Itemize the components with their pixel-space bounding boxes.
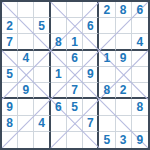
cell-r1c3[interactable] <box>34 2 50 18</box>
cell-r8c3[interactable]: 4 <box>34 116 50 132</box>
given-digit: 6 <box>55 101 62 113</box>
cell-r2c4[interactable] <box>51 18 67 34</box>
given-digit: 8 <box>6 117 13 129</box>
cell-r8c1[interactable]: 8 <box>2 116 18 132</box>
sudoku-grid: 2862567814461951997829658847539 <box>0 0 150 150</box>
given-digit: 2 <box>104 4 111 16</box>
given-digit: 6 <box>71 52 78 64</box>
cell-r8c6[interactable]: 7 <box>83 116 99 132</box>
cell-r4c4[interactable] <box>51 51 67 67</box>
cell-r1c2[interactable] <box>18 2 34 18</box>
cell-r4c7[interactable]: 1 <box>99 51 115 67</box>
given-digit: 1 <box>71 36 78 48</box>
cell-r3c2[interactable] <box>18 34 34 50</box>
cell-r1c1[interactable] <box>2 2 18 18</box>
given-digit: 8 <box>104 84 111 96</box>
given-digit: 2 <box>120 84 127 96</box>
given-digit: 6 <box>137 4 144 16</box>
cell-r6c8[interactable]: 2 <box>116 83 132 99</box>
cell-r4c2[interactable]: 4 <box>18 51 34 67</box>
cell-r6c3[interactable] <box>34 83 50 99</box>
cell-r1c7[interactable]: 2 <box>99 2 115 18</box>
cell-r5c1[interactable]: 5 <box>2 67 18 83</box>
cell-r6c9[interactable] <box>132 83 148 99</box>
cell-r3c5[interactable]: 1 <box>67 34 83 50</box>
given-digit: 7 <box>87 117 94 129</box>
cell-r8c2[interactable] <box>18 116 34 132</box>
cell-r6c4[interactable] <box>51 83 67 99</box>
cell-r3c1[interactable]: 7 <box>2 34 18 50</box>
cell-r2c1[interactable]: 2 <box>2 18 18 34</box>
cell-r3c4[interactable]: 8 <box>51 34 67 50</box>
cell-r2c6[interactable]: 6 <box>83 18 99 34</box>
given-digit: 9 <box>120 52 127 64</box>
cell-r9c2[interactable] <box>18 132 34 148</box>
cell-r8c5[interactable] <box>67 116 83 132</box>
given-digit: 9 <box>6 101 13 113</box>
cell-r7c6[interactable] <box>83 99 99 115</box>
cell-r8c9[interactable] <box>132 116 148 132</box>
cell-r9c3[interactable] <box>34 132 50 148</box>
cell-r6c2[interactable]: 9 <box>18 83 34 99</box>
cell-r2c9[interactable] <box>132 18 148 34</box>
given-digit: 9 <box>137 134 144 146</box>
given-digit: 6 <box>87 20 94 32</box>
cell-r9c5[interactable] <box>67 132 83 148</box>
cell-r1c4[interactable] <box>51 2 67 18</box>
cell-r6c1[interactable] <box>2 83 18 99</box>
cell-r7c9[interactable]: 8 <box>132 99 148 115</box>
given-digit: 7 <box>71 84 78 96</box>
cell-r9c6[interactable] <box>83 132 99 148</box>
cell-r1c5[interactable] <box>67 2 83 18</box>
given-digit: 9 <box>22 84 29 96</box>
cell-r9c4[interactable] <box>51 132 67 148</box>
cell-r9c7[interactable]: 5 <box>99 132 115 148</box>
cell-r7c4[interactable]: 6 <box>51 99 67 115</box>
cell-r2c7[interactable] <box>99 18 115 34</box>
cell-r1c8[interactable]: 8 <box>116 2 132 18</box>
cell-r6c7[interactable]: 8 <box>99 83 115 99</box>
cell-r8c7[interactable] <box>99 116 115 132</box>
cell-r2c8[interactable] <box>116 18 132 34</box>
cell-r5c7[interactable] <box>99 67 115 83</box>
cell-r5c8[interactable] <box>116 67 132 83</box>
given-digit: 4 <box>38 117 45 129</box>
cell-r8c4[interactable] <box>51 116 67 132</box>
cell-r8c8[interactable] <box>116 116 132 132</box>
cell-r9c8[interactable]: 3 <box>116 132 132 148</box>
cell-r3c9[interactable]: 4 <box>132 34 148 50</box>
cell-r5c5[interactable] <box>67 67 83 83</box>
sudoku-board: 2862567814461951997829658847539 <box>0 0 150 150</box>
given-digit: 9 <box>87 68 94 80</box>
cell-r4c3[interactable] <box>34 51 50 67</box>
cell-r6c5[interactable]: 7 <box>67 83 83 99</box>
given-digit: 7 <box>6 36 13 48</box>
cell-r7c2[interactable] <box>18 99 34 115</box>
given-digit: 4 <box>137 36 144 48</box>
given-digit: 5 <box>104 134 111 146</box>
cell-r4c6[interactable] <box>83 51 99 67</box>
cell-r5c3[interactable] <box>34 67 50 83</box>
given-digit: 4 <box>22 52 29 64</box>
cell-r4c5[interactable]: 6 <box>67 51 83 67</box>
cell-r5c9[interactable] <box>132 67 148 83</box>
cell-r7c8[interactable] <box>116 99 132 115</box>
given-digit: 8 <box>137 101 144 113</box>
cell-r9c9[interactable]: 9 <box>132 132 148 148</box>
given-digit: 3 <box>120 134 127 146</box>
cell-r3c8[interactable] <box>116 34 132 50</box>
cell-r7c7[interactable] <box>99 99 115 115</box>
cell-r2c5[interactable] <box>67 18 83 34</box>
cell-r7c1[interactable]: 9 <box>2 99 18 115</box>
cell-r5c6[interactable]: 9 <box>83 67 99 83</box>
cell-r5c4[interactable]: 1 <box>51 67 67 83</box>
cell-r1c9[interactable]: 6 <box>132 2 148 18</box>
given-digit: 5 <box>71 101 78 113</box>
given-digit: 5 <box>38 20 45 32</box>
given-digit: 8 <box>55 36 62 48</box>
cell-r4c8[interactable]: 9 <box>116 51 132 67</box>
cell-r5c2[interactable] <box>18 67 34 83</box>
given-digit: 5 <box>6 68 13 80</box>
cell-r9c1[interactable] <box>2 132 18 148</box>
cell-r2c2[interactable] <box>18 18 34 34</box>
given-digit: 1 <box>55 68 62 80</box>
cell-r7c3[interactable] <box>34 99 50 115</box>
cell-r4c9[interactable] <box>132 51 148 67</box>
cell-r2c3[interactable]: 5 <box>34 18 50 34</box>
given-digit: 2 <box>6 20 13 32</box>
cell-r4c1[interactable] <box>2 51 18 67</box>
cell-r3c7[interactable] <box>99 34 115 50</box>
cell-r1c6[interactable] <box>83 2 99 18</box>
given-digit: 1 <box>104 52 111 64</box>
given-digit: 8 <box>120 4 127 16</box>
cell-r3c6[interactable] <box>83 34 99 50</box>
cell-r3c3[interactable] <box>34 34 50 50</box>
cell-r6c6[interactable] <box>83 83 99 99</box>
cell-r7c5[interactable]: 5 <box>67 99 83 115</box>
